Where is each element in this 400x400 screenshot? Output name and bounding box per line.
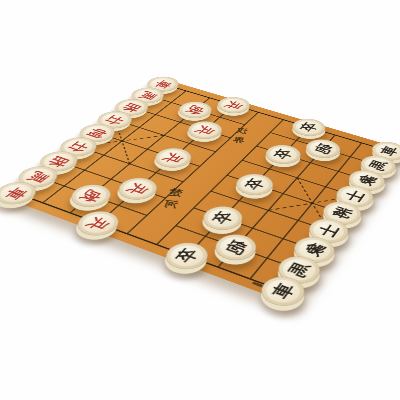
- piece-glyph: 兵: [125, 181, 151, 196]
- piece-glyph: 士: [316, 223, 342, 240]
- piece-glyph: 兵: [161, 151, 186, 164]
- piece-glyph: 馬: [24, 170, 51, 184]
- xiangqi-board: 楚 河 汉 界 車馬相仕炮兵帥仕兵相卒馬兵車卒砲炮兵車卒馬兵象卒士將卒砲士象馬車: [3, 79, 400, 303]
- piece-glyph: 卒: [209, 210, 236, 226]
- piece-glyph: 兵: [84, 215, 112, 232]
- piece-glyph: 炮: [77, 188, 104, 203]
- piece-glyph: 卒: [272, 148, 295, 161]
- piece-glyph: 卒: [173, 247, 202, 265]
- piece-glyph: 象: [301, 241, 328, 258]
- piece-black-pawn[interactable]: 卒: [287, 116, 331, 140]
- piece-glyph: 車: [2, 185, 30, 200]
- piece-glyph: 相: [46, 154, 72, 168]
- piece-black-pawn[interactable]: 卒: [158, 238, 215, 274]
- piece-glyph: 砲: [312, 142, 335, 155]
- piece-black-pawn[interactable]: 卒: [196, 202, 249, 234]
- piece-red-cannon[interactable]: 炮: [63, 181, 118, 211]
- board-photo: 楚 河 汉 界 車馬相仕炮兵帥仕兵相卒馬兵車卒砲炮兵車卒馬兵象卒士將卒砲士象馬車: [0, 0, 400, 400]
- piece-glyph: 仕: [103, 114, 127, 126]
- pieces-layer: 車馬相仕炮兵帥仕兵相卒馬兵車卒砲炮兵車卒馬兵象卒士將卒砲士象馬車: [3, 79, 400, 303]
- piece-glyph: 砲: [222, 238, 250, 256]
- piece-black-cannon[interactable]: 砲: [208, 230, 263, 265]
- piece-red-soldier[interactable]: 兵: [182, 118, 228, 142]
- piece-glyph: 卒: [298, 121, 320, 133]
- piece-glyph: 車: [269, 281, 298, 301]
- piece-glyph: 馬: [285, 260, 313, 279]
- piece-glyph: 帥: [85, 127, 110, 139]
- piece-red-soldier[interactable]: 兵: [148, 145, 197, 172]
- piece-black-pawn[interactable]: 卒: [260, 142, 307, 168]
- piece-red-soldier[interactable]: 兵: [212, 94, 256, 116]
- piece-glyph: 炮: [184, 104, 206, 115]
- piece-glyph: 兵: [193, 124, 216, 136]
- piece-black-cannon[interactable]: 砲: [300, 136, 345, 161]
- piece-red-cannon[interactable]: 炮: [173, 99, 218, 121]
- piece-glyph: 仕: [66, 140, 91, 153]
- piece-black-pawn[interactable]: 卒: [230, 170, 280, 199]
- piece-red-soldier[interactable]: 兵: [111, 174, 164, 204]
- piece-glyph: 兵: [223, 100, 245, 111]
- piece-red-soldier[interactable]: 兵: [69, 207, 126, 240]
- piece-glyph: 卒: [242, 177, 267, 191]
